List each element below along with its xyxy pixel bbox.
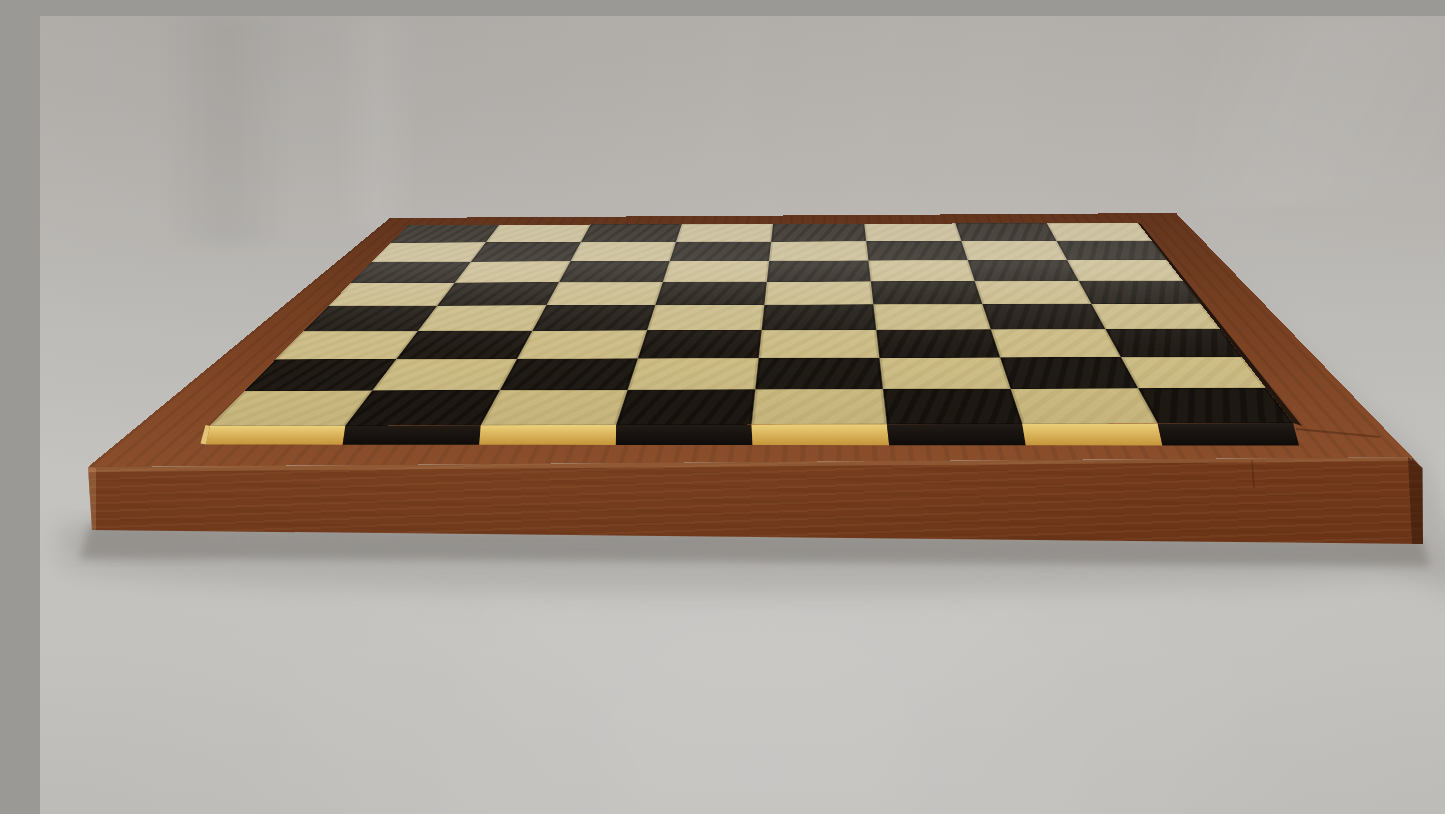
frame-miter-seam bbox=[1296, 429, 1380, 437]
frame-crack bbox=[1252, 460, 1254, 488]
seam-layer bbox=[40, 16, 1445, 814]
scene: Empty wooden chessboard photographed nea… bbox=[40, 16, 1445, 814]
